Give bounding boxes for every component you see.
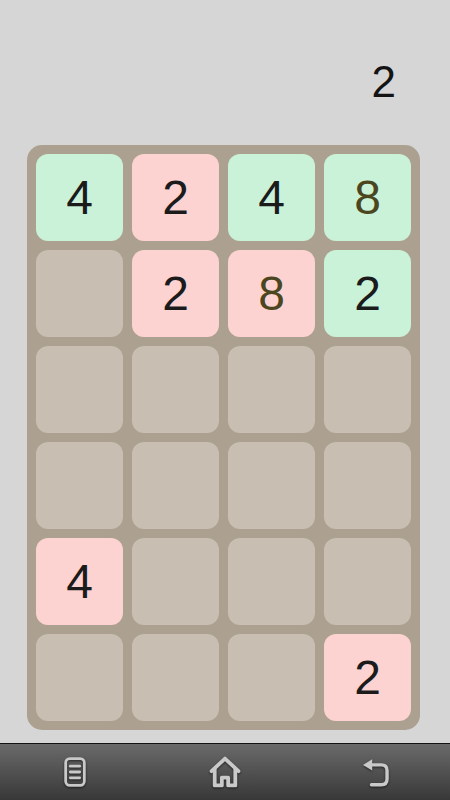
empty-cell <box>36 250 123 337</box>
empty-cell <box>36 442 123 529</box>
tile-8: 8 <box>228 250 315 337</box>
score-value: 2 <box>372 60 396 104</box>
home-button[interactable] <box>195 744 255 800</box>
menu-button[interactable] <box>45 744 105 800</box>
empty-cell <box>324 538 411 625</box>
empty-cell <box>228 442 315 529</box>
tile-2: 2 <box>132 250 219 337</box>
empty-cell <box>132 346 219 433</box>
tile-4: 4 <box>36 154 123 241</box>
home-icon <box>206 753 244 791</box>
empty-cell <box>228 346 315 433</box>
menu-icon <box>61 755 89 789</box>
empty-cell <box>132 442 219 529</box>
tile-8: 8 <box>324 154 411 241</box>
board-grid[interactable]: 424828242 <box>27 145 420 730</box>
tile-2: 2 <box>324 250 411 337</box>
empty-cell <box>132 538 219 625</box>
navigation-bar <box>0 743 450 800</box>
empty-cell <box>228 634 315 721</box>
tile-2: 2 <box>324 634 411 721</box>
empty-cell <box>324 442 411 529</box>
empty-cell <box>324 346 411 433</box>
tile-4: 4 <box>228 154 315 241</box>
empty-cell <box>132 634 219 721</box>
back-button[interactable] <box>345 744 405 800</box>
tile-2: 2 <box>132 154 219 241</box>
tile-4: 4 <box>36 538 123 625</box>
empty-cell <box>36 346 123 433</box>
empty-cell <box>36 634 123 721</box>
app-screen: 2 424828242 <box>0 0 450 800</box>
back-icon <box>357 755 393 789</box>
empty-cell <box>228 538 315 625</box>
